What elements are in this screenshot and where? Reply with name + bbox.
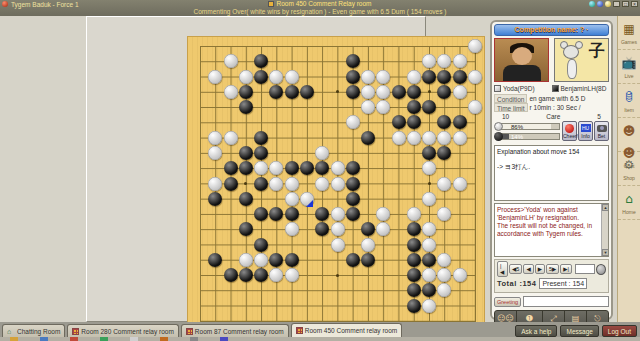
maximize-button[interactable]: □ [622, 1, 629, 7]
white-stone-18-10 [453, 177, 467, 191]
nav-button-4[interactable]: ▶ [535, 264, 545, 274]
star-point [428, 182, 431, 185]
bet-button[interactable]: Bet [594, 121, 609, 141]
tab-room-87-comment-relay-room[interactable]: Room 87 Comment relay room [181, 324, 289, 337]
help-button[interactable]: Ask a help [515, 325, 557, 337]
white-stone-10-9 [331, 161, 345, 175]
side-toolbar-item[interactable]: 🛢Item [618, 84, 640, 118]
bucket-icon: 🛢 [618, 86, 640, 108]
black-care-count: 5 [597, 112, 601, 121]
time-limit-value: r 10min : 30 Sec / [528, 103, 581, 112]
black-stone-11-15 [346, 253, 360, 267]
white-bar-pct: 86% [501, 124, 523, 130]
tab-room-280-comment-relay-room[interactable]: Room 280 Comment relay room [67, 324, 178, 337]
white-stone-19-5 [468, 100, 482, 114]
white-stone-4-15 [239, 253, 253, 267]
white-stone-6-3 [269, 70, 283, 84]
black-stone-5-7 [254, 131, 268, 145]
black-stone-11-12 [346, 207, 360, 221]
desktop-strip [0, 337, 640, 341]
go-board[interactable] [187, 36, 485, 330]
white-stone-17-10 [437, 177, 451, 191]
explanation-title: Explanation about move 154 [497, 148, 606, 155]
white-stone-18-4 [453, 85, 467, 99]
condition-label: Condition [494, 94, 527, 103]
white-stone-10-12 [331, 207, 345, 221]
black-stone-5-10 [254, 177, 268, 191]
present-move-field[interactable]: Present : 154 [539, 278, 587, 289]
room-tab-bar: ⌂Chatting RoomRoom 280 Comment relay roo… [0, 322, 640, 337]
photo-shirt [503, 65, 541, 82]
tab-chatting-room[interactable]: ⌂Chatting Room [2, 324, 65, 337]
white-stone-2-3 [208, 70, 222, 84]
white-stone-18-16 [453, 268, 467, 282]
nav-button-6[interactable]: ▶| [560, 264, 572, 274]
side-toolbar-shop[interactable]: ⚙Shop [618, 152, 640, 186]
go-to-move-button[interactable] [596, 264, 606, 275]
white-stone-18-2 [453, 54, 467, 68]
white-player-name: Yoda(P9D) [503, 85, 535, 92]
side-toolbar-live[interactable]: 📺Live [618, 50, 640, 84]
move-navigation: |◀◀5◀▶5▶▶| Total :154 Present : 154 [494, 259, 609, 293]
close-button[interactable]: × [631, 1, 638, 7]
black-stone-15-16 [407, 268, 421, 282]
care-label: Care [546, 112, 560, 121]
status-ball-blue-icon[interactable] [597, 1, 603, 7]
white-care-count: 10 [502, 112, 509, 121]
white-stone-icon [494, 85, 501, 92]
black-stone-4-16 [239, 268, 253, 282]
process-box[interactable]: Process>'Yoda' won against 'BenjaminLH' … [494, 203, 609, 257]
white-stone-2-7 [208, 131, 222, 145]
black-stone-4-5 [239, 100, 253, 114]
move-number-input[interactable] [575, 264, 595, 274]
explanation-body: -> ヨ3打ん. [497, 163, 606, 172]
white-stone-3-4 [224, 85, 238, 99]
time-limit-label: Time limit [494, 103, 528, 112]
white-stone-6-10 [269, 177, 283, 191]
status-ball-green-icon[interactable] [589, 1, 595, 7]
black-player-avatar: 子 [554, 38, 609, 82]
white-stone-7-10 [285, 177, 299, 191]
black-stone-14-4 [392, 85, 406, 99]
nav-button-3[interactable]: ◀ [523, 264, 533, 274]
board-icon [72, 328, 79, 335]
cheer-ball-icon [565, 124, 574, 133]
white-stone-13-3 [376, 70, 390, 84]
white-stone-16-14 [422, 238, 436, 252]
status-ball-yellow-icon[interactable] [605, 1, 611, 7]
white-stone-9-10 [315, 177, 329, 191]
avatar-zi-character: 子 [589, 41, 605, 62]
white-stone-16-7 [422, 131, 436, 145]
black-stone-14-6 [392, 115, 406, 129]
black-stone-4-4 [239, 85, 253, 99]
condition-value: en game with 6.5 D [527, 94, 585, 103]
white-stone-2-10 [208, 177, 222, 191]
competition-name-bar: Competition name: ? · [494, 24, 609, 36]
game-result-subtitle: Commenting Over( white wins by resignati… [0, 8, 640, 15]
hu-info-icon: HU [581, 124, 591, 132]
explanation-box[interactable]: Explanation about move 154 -> ヨ3打ん. [494, 145, 609, 201]
tv-icon: 📺 [618, 52, 640, 74]
white-bar-track[interactable]: 86% [500, 123, 560, 130]
black-stone-15-15 [407, 253, 421, 267]
white-stone-3-7 [224, 131, 238, 145]
black-stone-17-3 [437, 70, 451, 84]
cheer-button[interactable]: Cheer! [562, 121, 577, 141]
black-stone-7-15 [285, 253, 299, 267]
process-line2: The result will not be changed, in accor… [497, 222, 600, 238]
white-stone-7-13 [285, 222, 299, 236]
white-stone-15-7 [407, 131, 421, 145]
machine-icon: ⚙ [618, 154, 640, 176]
scroll-down-icon[interactable]: ▼ [602, 249, 609, 256]
side-toolbar: ▦Games📺Live🛢Item☻☻Chat⚙Shop⌂Home [617, 16, 640, 322]
side-toolbar-chat[interactable]: ☻☻Chat [618, 118, 640, 152]
black-stone-3-9 [224, 161, 238, 175]
white-stone-16-18 [422, 299, 436, 313]
black-stone-4-9 [239, 161, 253, 175]
white-player-name-cell[interactable]: Yoda(P9D) [494, 83, 552, 94]
black-stone-7-9 [285, 161, 299, 175]
black-stone-4-11 [239, 192, 253, 206]
black-stone-8-4 [300, 85, 314, 99]
home-icon: ⌂ [7, 328, 15, 335]
black-player-name: BenjaminLH(8D [561, 85, 607, 92]
title-bar: Tygem Baduk - Force 1 Room 450 Comment R… [0, 0, 640, 16]
white-stone-12-4 [361, 85, 375, 99]
white-stone-5-15 [254, 253, 268, 267]
white-stone-7-16 [285, 268, 299, 282]
minimize-button[interactable]: _ [613, 1, 620, 7]
tab-room-450-comment-relay-room[interactable]: Room 450 Comment relay room [291, 323, 402, 337]
board-panel [86, 16, 426, 322]
white-stone-15-12 [407, 207, 421, 221]
black-stone-icon [552, 85, 559, 92]
white-stone-14-7 [392, 131, 406, 145]
house-icon: ⌂ [618, 188, 640, 210]
black-stone-11-4 [346, 85, 360, 99]
room-board-icon [268, 1, 274, 7]
black-stone-16-15 [422, 253, 436, 267]
black-stone-5-8 [254, 146, 268, 160]
process-scrollbar[interactable]: ▲ ▼ [601, 204, 608, 256]
room-title: Room 450 Comment Relay room [276, 0, 371, 7]
white-stone-12-3 [361, 70, 375, 84]
black-player-name-cell[interactable]: BenjaminLH(8D [552, 83, 610, 94]
greeting-button[interactable]: Greeting [494, 297, 521, 307]
chat-input[interactable] [523, 296, 609, 307]
star-point [336, 274, 339, 277]
white-stone-15-3 [407, 70, 421, 84]
white-stone-7-3 [285, 70, 299, 84]
side-toolbar-home[interactable]: ⌂Home [618, 186, 640, 220]
black-stone-18-3 [453, 70, 467, 84]
last-move-marker-icon [306, 200, 313, 207]
white-player-photo [494, 38, 549, 82]
white-stone-10-13 [331, 222, 345, 236]
black-stone-11-2 [346, 54, 360, 68]
black-stone-2-11 [208, 192, 222, 206]
avatar-body [567, 59, 577, 79]
white-stone-12-14 [361, 238, 375, 252]
white-stone-10-10 [331, 177, 345, 191]
black-stone-3-16 [224, 268, 238, 282]
side-toolbar-games[interactable]: ▦Games [618, 16, 640, 50]
nav-button-2[interactable]: ◀5 [509, 264, 522, 274]
black-stone-7-12 [285, 207, 299, 221]
total-moves: Total :154 [497, 279, 536, 288]
scroll-up-icon[interactable]: ▲ [602, 204, 609, 211]
white-stone-7-11 [285, 192, 299, 206]
process-line1: Process>'Yoda' won against 'BenjaminLH' … [497, 206, 600, 222]
room-title-wrap: Room 450 Comment Relay room [0, 0, 640, 7]
message-button[interactable]: Message [560, 325, 598, 337]
white-stone-4-3 [239, 70, 253, 84]
nav-button-5[interactable]: 5▶ [546, 264, 559, 274]
black-stone-12-15 [361, 253, 375, 267]
game-info-panel: Competition name: ? · 子 Yoda(P9D) Benjam… [490, 20, 613, 320]
logout-button[interactable]: Log Out [602, 325, 637, 337]
black-stone-15-4 [407, 85, 421, 99]
black-stone-3-10 [224, 177, 238, 191]
black-stone-5-3 [254, 70, 268, 84]
black-stone-16-3 [422, 70, 436, 84]
black-stone-7-4 [285, 85, 299, 99]
black-bar-pct: 14% [501, 134, 523, 140]
black-stone-11-11 [346, 192, 360, 206]
black-stone-11-10 [346, 177, 360, 191]
white-stone-19-1 [468, 39, 482, 53]
white-stone-18-7 [453, 131, 467, 145]
black-stone-15-5 [407, 100, 421, 114]
black-stone-15-14 [407, 238, 421, 252]
white-stone-16-11 [422, 192, 436, 206]
camera-icon [597, 125, 607, 132]
white-stone-10-14 [331, 238, 345, 252]
black-stone-12-7 [361, 131, 375, 145]
board-icon [296, 327, 303, 334]
black-bar-track[interactable]: 14% [500, 133, 560, 140]
info-button[interactable]: HUInfo [578, 121, 593, 141]
avatar-head [563, 45, 579, 59]
white-stone-3-2 [224, 54, 238, 68]
board-icon [186, 328, 193, 335]
black-stone-15-18 [407, 299, 421, 313]
go-board-icon: ▦ [618, 18, 640, 40]
photo-face [512, 47, 532, 65]
black-stone-11-3 [346, 70, 360, 84]
black-stone-4-8 [239, 146, 253, 160]
black-stone-11-9 [346, 161, 360, 175]
black-stone-5-14 [254, 238, 268, 252]
nav-button-1[interactable]: |◀ [497, 261, 508, 277]
white-stone-19-3 [468, 70, 482, 84]
